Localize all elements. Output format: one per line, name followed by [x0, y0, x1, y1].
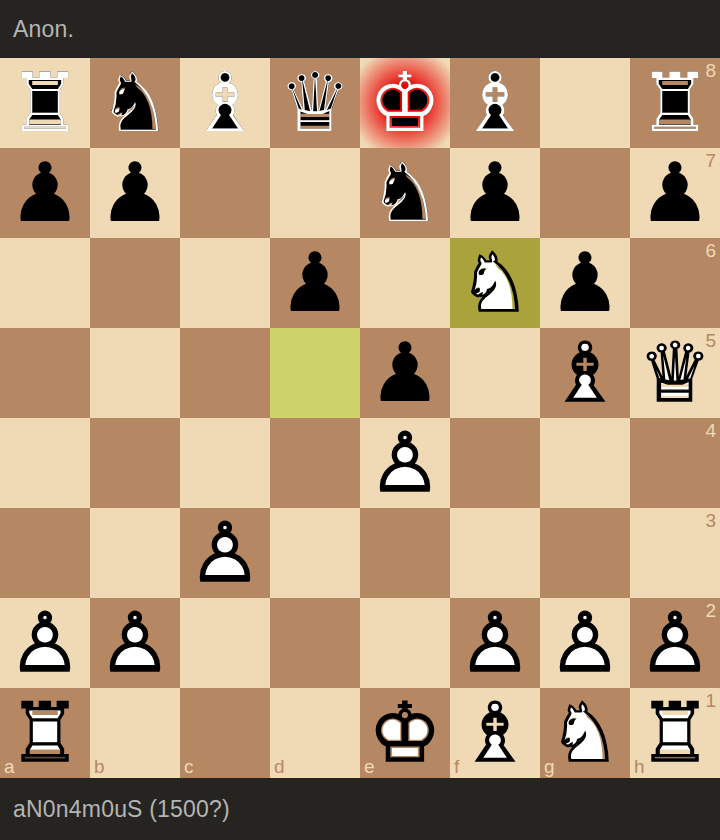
square-b2[interactable]: ♟♙	[90, 598, 180, 688]
square-d4[interactable]	[270, 418, 360, 508]
square-g5[interactable]: ♝♗	[540, 328, 630, 418]
square-d3[interactable]	[270, 508, 360, 598]
square-g3[interactable]	[540, 508, 630, 598]
square-g8[interactable]	[540, 58, 630, 148]
square-h2[interactable]: 2♟♙	[630, 598, 720, 688]
square-g2[interactable]: ♟♙	[540, 598, 630, 688]
square-h7[interactable]: 7♟	[630, 148, 720, 238]
square-h4[interactable]: 4	[630, 418, 720, 508]
white-pawn[interactable]: ♟♙	[630, 598, 720, 688]
square-h1[interactable]: 1h♜♖	[630, 688, 720, 778]
square-f7[interactable]: ♟	[450, 148, 540, 238]
square-a3[interactable]	[0, 508, 90, 598]
black-pawn[interactable]: ♟	[540, 238, 630, 328]
square-e5[interactable]: ♟	[360, 328, 450, 418]
black-pawn[interactable]: ♟	[90, 148, 180, 238]
black-bishop[interactable]: ♝♗	[180, 58, 270, 148]
white-king[interactable]: ♚♔	[360, 688, 450, 778]
square-f1[interactable]: f♝♗	[450, 688, 540, 778]
square-d6[interactable]: ♟	[270, 238, 360, 328]
square-c7[interactable]	[180, 148, 270, 238]
rank-label-3: 3	[705, 511, 716, 530]
white-knight[interactable]: ♞♘	[540, 688, 630, 778]
black-pawn[interactable]: ♟	[270, 238, 360, 328]
black-pawn[interactable]: ♟	[450, 148, 540, 238]
white-bishop[interactable]: ♝♗	[450, 688, 540, 778]
square-f6[interactable]: ♞♘	[450, 238, 540, 328]
bottom-player-bar: aN0n4m0uS (1500?)	[0, 778, 720, 840]
square-a1[interactable]: a♜♖	[0, 688, 90, 778]
white-rook[interactable]: ♜♖	[0, 688, 90, 778]
square-d5[interactable]	[270, 328, 360, 418]
top-player-bar: Anon.	[0, 0, 720, 58]
white-pawn[interactable]: ♟♙	[450, 598, 540, 688]
square-g6[interactable]: ♟	[540, 238, 630, 328]
black-knight[interactable]: ♞♘	[90, 58, 180, 148]
white-pawn[interactable]: ♟♙	[0, 598, 90, 688]
square-h8[interactable]: 8♜♖	[630, 58, 720, 148]
square-c1[interactable]: c	[180, 688, 270, 778]
square-a7[interactable]: ♟	[0, 148, 90, 238]
black-pawn[interactable]: ♟	[0, 148, 90, 238]
black-bishop[interactable]: ♝♗	[450, 58, 540, 148]
square-h6[interactable]: 6	[630, 238, 720, 328]
square-d7[interactable]	[270, 148, 360, 238]
rank-label-4: 4	[705, 421, 716, 440]
bottom-player-name: aN0n4m0uS (1500?)	[13, 796, 230, 823]
square-h5[interactable]: 5♛♕	[630, 328, 720, 418]
square-f3[interactable]	[450, 508, 540, 598]
file-label-b: b	[94, 757, 105, 776]
square-b4[interactable]	[90, 418, 180, 508]
square-h3[interactable]: 3	[630, 508, 720, 598]
square-a6[interactable]	[0, 238, 90, 328]
square-g4[interactable]	[540, 418, 630, 508]
square-e8[interactable]: ♚♔	[360, 58, 450, 148]
square-e3[interactable]	[360, 508, 450, 598]
white-pawn[interactable]: ♟♙	[540, 598, 630, 688]
square-b1[interactable]: b	[90, 688, 180, 778]
square-a2[interactable]: ♟♙	[0, 598, 90, 688]
square-d1[interactable]: d	[270, 688, 360, 778]
black-pawn[interactable]: ♟	[630, 148, 720, 238]
square-a5[interactable]	[0, 328, 90, 418]
file-label-c: c	[184, 757, 194, 776]
black-pawn[interactable]: ♟	[360, 328, 450, 418]
square-e6[interactable]	[360, 238, 450, 328]
square-g7[interactable]	[540, 148, 630, 238]
black-queen[interactable]: ♛♕	[270, 58, 360, 148]
square-b3[interactable]	[90, 508, 180, 598]
rank-label-6: 6	[705, 241, 716, 260]
square-c5[interactable]	[180, 328, 270, 418]
square-e7[interactable]: ♞♘	[360, 148, 450, 238]
white-queen[interactable]: ♛♕	[630, 328, 720, 418]
white-rook[interactable]: ♜♖	[630, 688, 720, 778]
square-f2[interactable]: ♟♙	[450, 598, 540, 688]
square-f8[interactable]: ♝♗	[450, 58, 540, 148]
square-e2[interactable]	[360, 598, 450, 688]
white-bishop[interactable]: ♝♗	[540, 328, 630, 418]
square-f5[interactable]	[450, 328, 540, 418]
black-knight[interactable]: ♞♘	[360, 148, 450, 238]
square-d8[interactable]: ♛♕	[270, 58, 360, 148]
square-b6[interactable]	[90, 238, 180, 328]
black-rook[interactable]: ♜♖	[0, 58, 90, 148]
white-pawn[interactable]: ♟♙	[90, 598, 180, 688]
white-knight[interactable]: ♞♘	[450, 238, 540, 328]
square-g1[interactable]: g♞♘	[540, 688, 630, 778]
square-c3[interactable]: ♟♙	[180, 508, 270, 598]
top-player-name: Anon.	[13, 16, 74, 43]
black-rook[interactable]: ♜♖	[630, 58, 720, 148]
square-a8[interactable]: ♜♖	[0, 58, 90, 148]
square-b8[interactable]: ♞♘	[90, 58, 180, 148]
black-king[interactable]: ♚♔	[360, 58, 450, 148]
square-a4[interactable]	[0, 418, 90, 508]
white-pawn[interactable]: ♟♙	[180, 508, 270, 598]
square-e1[interactable]: e♚♔	[360, 688, 450, 778]
square-b7[interactable]: ♟	[90, 148, 180, 238]
square-e4[interactable]: ♟♙	[360, 418, 450, 508]
square-c2[interactable]	[180, 598, 270, 688]
white-pawn[interactable]: ♟♙	[360, 418, 450, 508]
square-b5[interactable]	[90, 328, 180, 418]
square-c6[interactable]	[180, 238, 270, 328]
square-d2[interactable]	[270, 598, 360, 688]
chess-board[interactable]: ♜♖♞♘♝♗♛♕♚♔♝♗8♜♖♟♟♞♘♟7♟♟♞♘♟6♟♝♗5♛♕♟♙4♟♙3♟…	[0, 58, 720, 778]
square-f4[interactable]	[450, 418, 540, 508]
square-c4[interactable]	[180, 418, 270, 508]
square-c8[interactable]: ♝♗	[180, 58, 270, 148]
file-label-d: d	[274, 757, 285, 776]
